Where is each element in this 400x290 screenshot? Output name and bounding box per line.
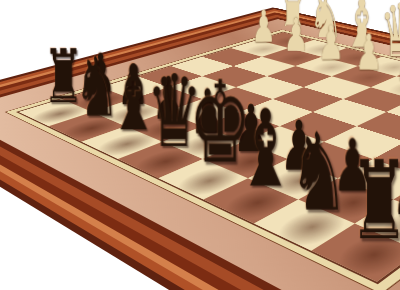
- chess-set-photo: ♜♟♟♜♞♟♟♞♝♟♟♝♛♟♟♛♚♟♟♚♝♟♟♝♞♟♟♞♜♟♟♜: [0, 0, 400, 290]
- chess-board-assembly: ♜♟♟♜♞♟♟♞♝♟♟♝♛♟♟♛♚♟♟♚♝♟♟♝♞♟♟♞♜♟♟♜: [0, 7, 400, 290]
- board-viewport: ♜♟♟♜♞♟♟♞♝♟♟♝♛♟♟♛♚♟♟♚♝♟♟♝♞♟♟♞♜♟♟♜: [0, 0, 400, 290]
